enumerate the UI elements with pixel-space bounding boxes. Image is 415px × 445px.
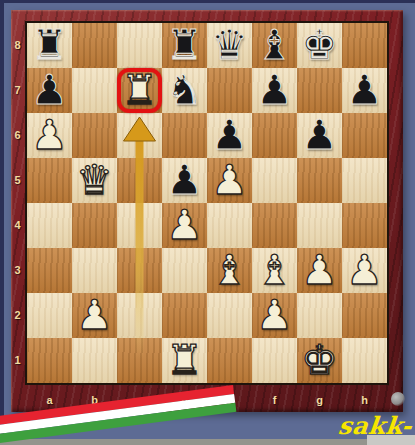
piece-black-bishop-f8: ♝ [252,23,297,68]
square-h4 [342,203,387,248]
square-b7 [72,68,117,113]
square-b2: ♟ [72,293,117,338]
piece-black-king-g8: ♚ [297,23,342,68]
file-label-f: f [252,391,297,409]
square-a7: ♟ [27,68,72,113]
rank-label-6: 6 [10,113,25,158]
square-e3: ♝ [207,248,252,293]
piece-black-pawn-g6: ♟ [297,113,342,158]
square-f5 [252,158,297,203]
rank-label-5: 5 [10,158,25,203]
square-e8: ♛ [207,23,252,68]
file-label-g: g [297,391,342,409]
square-e2 [207,293,252,338]
piece-white-pawn-d4: ♟ [162,203,207,248]
piece-black-knight-d7: ♞ [162,68,207,113]
square-f4 [252,203,297,248]
square-a4 [27,203,72,248]
square-c8 [117,23,162,68]
piece-white-queen-b5: ♛ [72,158,117,203]
square-a3 [27,248,72,293]
square-b1 [72,338,117,383]
square-g7 [297,68,342,113]
square-b8 [72,23,117,68]
piece-black-pawn-e6: ♟ [207,113,252,158]
square-b4 [72,203,117,248]
move-highlight-ring [117,68,162,113]
square-a1 [27,338,72,383]
piece-white-pawn-g3: ♟ [297,248,342,293]
square-h5 [342,158,387,203]
rank-label-2: 2 [10,293,25,338]
square-b3 [72,248,117,293]
piece-black-pawn-f7: ♟ [252,68,297,113]
rank-label-1: 1 [10,338,25,383]
square-b6 [72,113,117,158]
chess-board: ♜♜♛♝♚♟♜♞♟♟♟♟♟♛♟♟♟♝♝♟♟♟♟♜♚ [27,23,387,383]
square-h8 [342,23,387,68]
piece-black-queen-e8: ♛ [207,23,252,68]
piece-white-pawn-e5: ♟ [207,158,252,203]
piece-white-bishop-e3: ♝ [207,248,252,293]
frame-corner-dot [391,392,405,406]
square-d4: ♟ [162,203,207,248]
square-c1 [117,338,162,383]
square-f8: ♝ [252,23,297,68]
square-e7 [207,68,252,113]
piece-white-pawn-a6: ♟ [27,113,72,158]
square-h1 [342,338,387,383]
square-c3 [117,248,162,293]
piece-white-king-g1: ♚ [297,338,342,383]
square-g4 [297,203,342,248]
piece-white-pawn-h3: ♟ [342,248,387,293]
square-g1: ♚ [297,338,342,383]
square-g5 [297,158,342,203]
square-g8: ♚ [297,23,342,68]
rank-label-4: 4 [10,203,25,248]
square-d8: ♜ [162,23,207,68]
square-c5 [117,158,162,203]
piece-black-rook-d8: ♜ [162,23,207,68]
square-d1: ♜ [162,338,207,383]
square-c6 [117,113,162,158]
piece-black-pawn-h7: ♟ [342,68,387,113]
square-d2 [162,293,207,338]
square-d7: ♞ [162,68,207,113]
square-b5: ♛ [72,158,117,203]
square-d3 [162,248,207,293]
square-f3: ♝ [252,248,297,293]
square-e6: ♟ [207,113,252,158]
piece-white-bishop-f3: ♝ [252,248,297,293]
piece-white-rook-d1: ♜ [162,338,207,383]
square-c4 [117,203,162,248]
watermark-text: sakk-mester.blog.hu [150,411,413,443]
square-g2 [297,293,342,338]
square-f7: ♟ [252,68,297,113]
square-e5: ♟ [207,158,252,203]
square-f2: ♟ [252,293,297,338]
square-e4 [207,203,252,248]
square-e1 [207,338,252,383]
square-h3: ♟ [342,248,387,293]
square-c2 [117,293,162,338]
square-h7: ♟ [342,68,387,113]
square-a6: ♟ [27,113,72,158]
rank-label-7: 7 [10,68,25,113]
square-g3: ♟ [297,248,342,293]
top-edge-strip [0,0,415,3]
piece-white-pawn-f2: ♟ [252,293,297,338]
square-h2 [342,293,387,338]
piece-black-rook-a8: ♜ [27,23,72,68]
square-f6 [252,113,297,158]
square-a8: ♜ [27,23,72,68]
square-g6: ♟ [297,113,342,158]
piece-white-pawn-b2: ♟ [72,293,117,338]
file-label-h: h [342,391,387,409]
square-h6 [342,113,387,158]
square-a5 [27,158,72,203]
piece-black-pawn-d5: ♟ [162,158,207,203]
piece-black-pawn-a7: ♟ [27,68,72,113]
square-f1 [252,338,297,383]
rank-label-3: 3 [10,248,25,293]
rank-label-8: 8 [10,23,25,68]
square-d6 [162,113,207,158]
chess-diagram-page: ♜♜♛♝♚♟♜♞♟♟♟♟♟♛♟♟♟♝♝♟♟♟♟♜♚ 87654321 abcde… [0,0,415,445]
left-edge-strip [0,0,4,445]
square-d5: ♟ [162,158,207,203]
square-a2 [27,293,72,338]
